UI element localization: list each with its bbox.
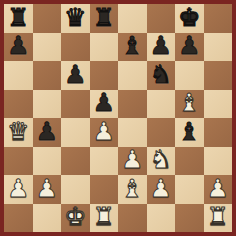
square-b3[interactable] [33, 147, 62, 176]
piece-white-knight[interactable]: ♞ [150, 147, 172, 172]
square-g1[interactable] [175, 204, 204, 233]
square-g7[interactable]: ♟ [175, 33, 204, 62]
square-e5[interactable] [118, 90, 147, 119]
square-h1[interactable]: ♜ [204, 204, 233, 233]
piece-white-pawn[interactable]: ♟ [121, 147, 143, 172]
square-d8[interactable]: ♜ [90, 4, 119, 33]
square-c5[interactable] [61, 90, 90, 119]
chess-board-frame: ♜♛♜♚♟♝♟♟♟♞♟♝♛♟♟♝♟♞♟♟♝♟♟♚♜♜ [0, 0, 236, 236]
square-g2[interactable] [175, 175, 204, 204]
piece-white-pawn[interactable]: ♟ [207, 176, 229, 201]
piece-white-king[interactable]: ♚ [64, 204, 86, 229]
square-b2[interactable]: ♟ [33, 175, 62, 204]
piece-black-bishop[interactable]: ♝ [121, 33, 143, 58]
square-g8[interactable]: ♚ [175, 4, 204, 33]
square-h8[interactable] [204, 4, 233, 33]
square-g4[interactable]: ♝ [175, 118, 204, 147]
square-e4[interactable] [118, 118, 147, 147]
square-h7[interactable] [204, 33, 233, 62]
square-b8[interactable] [33, 4, 62, 33]
square-g5[interactable]: ♝ [175, 90, 204, 119]
piece-black-rook[interactable]: ♜ [93, 5, 115, 30]
square-f6[interactable]: ♞ [147, 61, 176, 90]
square-d2[interactable] [90, 175, 119, 204]
square-f5[interactable] [147, 90, 176, 119]
square-f8[interactable] [147, 4, 176, 33]
piece-black-rook[interactable]: ♜ [7, 5, 29, 30]
square-f1[interactable] [147, 204, 176, 233]
piece-white-pawn[interactable]: ♟ [7, 176, 29, 201]
piece-white-queen[interactable]: ♛ [7, 119, 29, 144]
square-e3[interactable]: ♟ [118, 147, 147, 176]
square-h4[interactable] [204, 118, 233, 147]
square-b7[interactable] [33, 33, 62, 62]
square-d6[interactable] [90, 61, 119, 90]
square-g3[interactable] [175, 147, 204, 176]
square-a1[interactable] [4, 204, 33, 233]
square-a5[interactable] [4, 90, 33, 119]
piece-black-pawn[interactable]: ♟ [7, 33, 29, 58]
piece-black-pawn[interactable]: ♟ [93, 90, 115, 115]
square-d5[interactable]: ♟ [90, 90, 119, 119]
square-e6[interactable] [118, 61, 147, 90]
square-b4[interactable]: ♟ [33, 118, 62, 147]
square-a8[interactable]: ♜ [4, 4, 33, 33]
square-f2[interactable]: ♟ [147, 175, 176, 204]
square-h5[interactable] [204, 90, 233, 119]
square-b5[interactable] [33, 90, 62, 119]
square-c7[interactable] [61, 33, 90, 62]
square-f3[interactable]: ♞ [147, 147, 176, 176]
square-c8[interactable]: ♛ [61, 4, 90, 33]
piece-black-pawn[interactable]: ♟ [178, 33, 200, 58]
square-d4[interactable]: ♟ [90, 118, 119, 147]
square-c4[interactable] [61, 118, 90, 147]
piece-black-pawn[interactable]: ♟ [150, 33, 172, 58]
square-a4[interactable]: ♛ [4, 118, 33, 147]
piece-white-rook[interactable]: ♜ [207, 204, 229, 229]
square-e2[interactable]: ♝ [118, 175, 147, 204]
square-c1[interactable]: ♚ [61, 204, 90, 233]
square-e1[interactable] [118, 204, 147, 233]
square-d3[interactable] [90, 147, 119, 176]
square-b6[interactable] [33, 61, 62, 90]
piece-black-king[interactable]: ♚ [178, 5, 200, 30]
piece-white-pawn[interactable]: ♟ [150, 176, 172, 201]
square-a3[interactable] [4, 147, 33, 176]
piece-white-bishop[interactable]: ♝ [121, 176, 143, 201]
piece-white-bishop[interactable]: ♝ [178, 90, 200, 115]
piece-white-rook[interactable]: ♜ [93, 204, 115, 229]
square-d1[interactable]: ♜ [90, 204, 119, 233]
square-a6[interactable] [4, 61, 33, 90]
piece-white-pawn[interactable]: ♟ [93, 119, 115, 144]
square-h2[interactable]: ♟ [204, 175, 233, 204]
piece-white-pawn[interactable]: ♟ [36, 176, 58, 201]
piece-black-knight[interactable]: ♞ [150, 62, 172, 87]
square-g6[interactable] [175, 61, 204, 90]
square-h3[interactable] [204, 147, 233, 176]
square-c2[interactable] [61, 175, 90, 204]
piece-black-pawn[interactable]: ♟ [64, 62, 86, 87]
piece-black-bishop[interactable]: ♝ [178, 119, 200, 144]
square-d7[interactable] [90, 33, 119, 62]
chess-board: ♜♛♜♚♟♝♟♟♟♞♟♝♛♟♟♝♟♞♟♟♝♟♟♚♜♜ [4, 4, 232, 232]
square-e8[interactable] [118, 4, 147, 33]
square-a7[interactable]: ♟ [4, 33, 33, 62]
square-c3[interactable] [61, 147, 90, 176]
square-f7[interactable]: ♟ [147, 33, 176, 62]
square-h6[interactable] [204, 61, 233, 90]
square-c6[interactable]: ♟ [61, 61, 90, 90]
piece-black-pawn[interactable]: ♟ [36, 119, 58, 144]
square-e7[interactable]: ♝ [118, 33, 147, 62]
square-a2[interactable]: ♟ [4, 175, 33, 204]
piece-black-queen[interactable]: ♛ [64, 5, 86, 30]
square-b1[interactable] [33, 204, 62, 233]
square-f4[interactable] [147, 118, 176, 147]
